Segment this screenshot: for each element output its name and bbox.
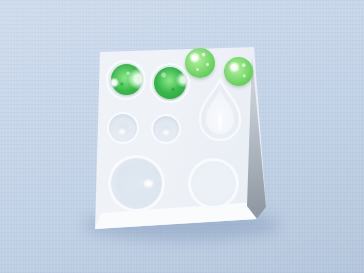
green-gem-cabochon-right (154, 67, 186, 99)
green-glitter-ball-left (185, 48, 215, 78)
small-round-cavity-right (151, 114, 181, 144)
green-gem-cabochon-left (111, 64, 142, 95)
photo-scene (0, 0, 364, 273)
teardrop-highlight (218, 113, 223, 131)
teardrop-cavity (196, 77, 244, 145)
flat-round-cavity (188, 158, 239, 209)
cavity-highlight (119, 129, 125, 134)
small-round-cavity-left (107, 112, 139, 144)
cavity-highlight (144, 180, 153, 187)
cavity-highlight (163, 130, 169, 135)
large-dome-cavity (108, 155, 165, 212)
